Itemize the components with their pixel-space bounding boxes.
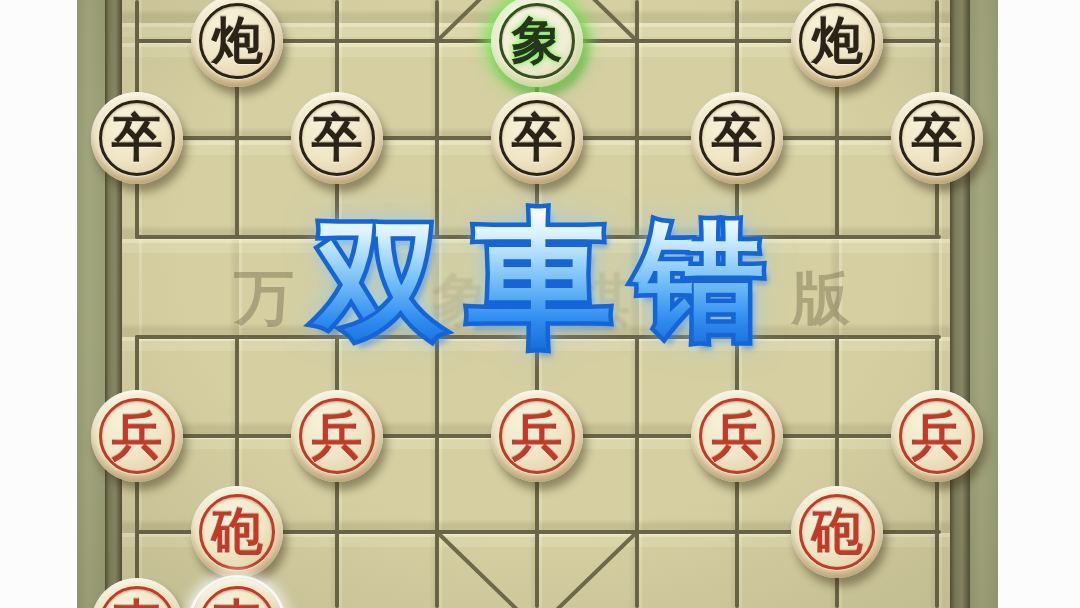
pieces-layer: 炮象炮卒卒卒卒卒兵兵兵兵兵砲砲車車 (0, 0, 1080, 608)
piece-glyph-chariot: 車 (91, 578, 183, 608)
piece-red-chariot-b[interactable]: 車 (191, 578, 283, 608)
piece-black-pawn-3[interactable]: 卒 (491, 92, 583, 184)
piece-black-pawn-2[interactable]: 卒 (291, 92, 383, 184)
piece-glyph-pawn: 卒 (491, 92, 583, 184)
white-margin-left (0, 0, 77, 608)
piece-red-cannon-b[interactable]: 砲 (791, 486, 883, 578)
piece-black-pawn-4[interactable]: 卒 (691, 92, 783, 184)
piece-red-pawn-1[interactable]: 兵 (91, 390, 183, 482)
piece-red-cannon-a[interactable]: 砲 (191, 486, 283, 578)
piece-glyph-elephant: 象 (491, 0, 583, 87)
piece-black-cannon-a[interactable]: 炮 (191, 0, 283, 87)
piece-glyph-pawn: 卒 (91, 92, 183, 184)
piece-glyph-cannon: 炮 (791, 0, 883, 87)
piece-glyph-pawn: 卒 (891, 92, 983, 184)
piece-glyph-pawn: 兵 (291, 390, 383, 482)
piece-glyph-cannon: 炮 (191, 0, 283, 87)
piece-black-pawn-1[interactable]: 卒 (91, 92, 183, 184)
piece-glyph-pawn: 兵 (691, 390, 783, 482)
piece-red-pawn-2[interactable]: 兵 (291, 390, 383, 482)
piece-glyph-pawn: 卒 (691, 92, 783, 184)
piece-black-cannon-b[interactable]: 炮 (791, 0, 883, 87)
piece-red-pawn-3[interactable]: 兵 (491, 390, 583, 482)
piece-red-pawn-4[interactable]: 兵 (691, 390, 783, 482)
piece-glyph-pawn: 兵 (891, 390, 983, 482)
piece-glyph-pawn: 兵 (91, 390, 183, 482)
piece-glyph-pawn: 兵 (491, 390, 583, 482)
piece-glyph-cannon: 砲 (791, 486, 883, 578)
piece-red-pawn-5[interactable]: 兵 (891, 390, 983, 482)
piece-red-chariot-a[interactable]: 車 (91, 578, 183, 608)
white-margin-right (998, 0, 1080, 608)
xiangqi-screenshot: 万 象 棋 版 炮象炮卒卒卒卒卒兵兵兵兵兵砲砲車車 双 双 車 車 错 错 (0, 0, 1080, 608)
piece-glyph-chariot: 車 (191, 578, 283, 608)
piece-glyph-pawn: 卒 (291, 92, 383, 184)
piece-glyph-cannon: 砲 (191, 486, 283, 578)
piece-black-elephant[interactable]: 象 (491, 0, 583, 87)
piece-black-pawn-5[interactable]: 卒 (891, 92, 983, 184)
